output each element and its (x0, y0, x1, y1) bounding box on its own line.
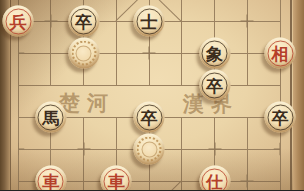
point-marker-file1-row3 (12, 47, 25, 60)
point-marker-file5-row3 (143, 47, 156, 60)
point-marker-file8-row2 (241, 15, 254, 28)
point-marker-file2-row2 (44, 15, 57, 28)
piece-black-soldier[interactable]: 卒 (134, 102, 165, 133)
piece-black-advisor[interactable]: 士 (134, 6, 165, 37)
piece-back-pattern (76, 45, 92, 61)
piece-black-soldier[interactable]: 卒 (265, 102, 296, 133)
board-surface[interactable]: 楚河 漢界 兵卒士象相卒馬卒卒車車仕 (0, 0, 304, 190)
piece-character: 兵 (10, 12, 27, 30)
grid-line-file-8 (247, 0, 248, 85)
piece-back-pattern (141, 141, 157, 157)
piece-character: 相 (272, 44, 289, 62)
piece-character: 士 (141, 12, 158, 30)
piece-character: 車 (42, 172, 59, 190)
point-marker-file3-row6 (77, 143, 90, 156)
point-marker-file7-row6 (208, 143, 221, 156)
piece-black-soldier[interactable]: 卒 (68, 6, 99, 37)
piece-face-down[interactable] (134, 134, 165, 165)
piece-character: 馬 (42, 108, 59, 126)
piece-character: 卒 (272, 108, 289, 126)
piece-black-soldier[interactable]: 卒 (199, 70, 230, 101)
piece-red-soldier[interactable]: 兵 (3, 6, 34, 37)
grid-line-file-6 (181, 0, 182, 85)
piece-red-chariot[interactable]: 車 (35, 166, 66, 191)
point-marker-file1-row6 (12, 143, 25, 156)
grid-line-file-2 (50, 0, 51, 85)
piece-face-down[interactable] (68, 38, 99, 69)
grid-line-file-4 (116, 0, 117, 85)
piece-black-elephant[interactable]: 象 (199, 38, 230, 69)
piece-black-horse[interactable]: 馬 (35, 102, 66, 133)
point-marker-file8-row7 (241, 175, 254, 188)
river-label-chu-he: 楚河 (59, 89, 115, 117)
piece-character: 象 (206, 44, 223, 62)
grid-line-file-9 (280, 0, 281, 190)
xiangqi-board-screen: 楚河 漢界 兵卒士象相卒馬卒卒車車仕 (0, 0, 304, 190)
piece-character: 卒 (141, 108, 158, 126)
piece-character: 卒 (206, 76, 223, 94)
piece-red-elephant[interactable]: 相 (265, 38, 296, 69)
board-border-right (290, 0, 292, 190)
piece-red-chariot[interactable]: 車 (101, 166, 132, 191)
piece-red-advisor[interactable]: 仕 (199, 166, 230, 191)
board-frame-right-edge (293, 0, 304, 190)
grid-line-file-6 (181, 117, 182, 190)
piece-character: 仕 (206, 172, 223, 190)
piece-character: 車 (108, 172, 125, 190)
piece-character: 卒 (75, 12, 92, 30)
